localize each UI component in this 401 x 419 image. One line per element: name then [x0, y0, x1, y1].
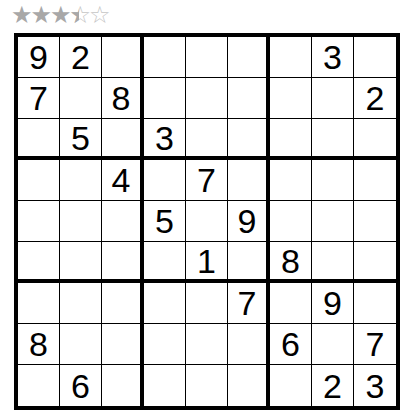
cell-r8c2[interactable]	[60, 324, 102, 365]
cell-r5c1[interactable]	[18, 201, 60, 242]
star-empty-icon: ☆	[89, 2, 109, 28]
cell-r1c8[interactable]: 3	[312, 37, 354, 78]
cell-r9c4[interactable]	[144, 365, 186, 406]
cell-r7c5[interactable]	[186, 283, 228, 324]
cell-r8c5[interactable]	[186, 324, 228, 365]
cell-r9c2[interactable]: 6	[60, 365, 102, 406]
cell-r4c8[interactable]	[312, 160, 354, 201]
cell-r4c2[interactable]	[60, 160, 102, 201]
cell-r8c9[interactable]: 7	[354, 324, 396, 365]
cell-r4c9[interactable]	[354, 160, 396, 201]
cell-r2c9[interactable]: 2	[354, 78, 396, 119]
cell-r9c5[interactable]	[186, 365, 228, 406]
cell-r7c1[interactable]	[18, 283, 60, 324]
cell-r2c3[interactable]: 8	[102, 78, 144, 119]
cell-r5c4[interactable]: 5	[144, 201, 186, 242]
cell-r5c7[interactable]	[270, 201, 312, 242]
cell-r8c3[interactable]	[102, 324, 144, 365]
cell-r2c8[interactable]	[312, 78, 354, 119]
cell-r2c4[interactable]	[144, 78, 186, 119]
cell-r6c4[interactable]	[144, 242, 186, 283]
cell-r5c2[interactable]	[60, 201, 102, 242]
cell-r3c6[interactable]	[228, 119, 270, 160]
cell-r1c5[interactable]	[186, 37, 228, 78]
cell-r4c5[interactable]: 7	[186, 160, 228, 201]
cell-r8c4[interactable]	[144, 324, 186, 365]
cell-r5c9[interactable]	[354, 201, 396, 242]
cell-r3c4[interactable]: 3	[144, 119, 186, 160]
cell-r6c7[interactable]: 8	[270, 242, 312, 283]
cell-r3c3[interactable]	[102, 119, 144, 160]
cell-r5c6[interactable]: 9	[228, 201, 270, 242]
star-half-icon: ☆★	[70, 2, 90, 28]
cell-r1c9[interactable]	[354, 37, 396, 78]
cell-r1c1[interactable]: 9	[18, 37, 60, 78]
cell-r1c7[interactable]	[270, 37, 312, 78]
cell-r6c1[interactable]	[18, 242, 60, 283]
cell-r1c2[interactable]: 2	[60, 37, 102, 78]
cell-r6c3[interactable]	[102, 242, 144, 283]
cell-r6c8[interactable]	[312, 242, 354, 283]
cell-r4c7[interactable]	[270, 160, 312, 201]
cell-r3c9[interactable]	[354, 119, 396, 160]
cell-r2c5[interactable]	[186, 78, 228, 119]
cell-r3c5[interactable]	[186, 119, 228, 160]
cell-r7c4[interactable]	[144, 283, 186, 324]
cell-r5c5[interactable]	[186, 201, 228, 242]
cell-r8c6[interactable]	[228, 324, 270, 365]
cell-r1c3[interactable]	[102, 37, 144, 78]
cell-r5c3[interactable]	[102, 201, 144, 242]
star-full-icon: ★	[11, 2, 31, 28]
cell-r7c2[interactable]	[60, 283, 102, 324]
cell-r1c4[interactable]	[144, 37, 186, 78]
cell-r7c8[interactable]: 9	[312, 283, 354, 324]
cell-r9c7[interactable]	[270, 365, 312, 406]
cell-r4c1[interactable]	[18, 160, 60, 201]
cell-r9c8[interactable]: 2	[312, 365, 354, 406]
cell-r4c3[interactable]: 4	[102, 160, 144, 201]
cell-r7c6[interactable]: 7	[228, 283, 270, 324]
cell-r4c6[interactable]	[228, 160, 270, 201]
difficulty-rating: ★★★☆★☆	[11, 2, 109, 28]
cell-r9c3[interactable]	[102, 365, 144, 406]
cell-r3c2[interactable]: 5	[60, 119, 102, 160]
cell-r6c2[interactable]	[60, 242, 102, 283]
cell-r5c8[interactable]	[312, 201, 354, 242]
cell-r9c1[interactable]	[18, 365, 60, 406]
cell-r3c1[interactable]	[18, 119, 60, 160]
cell-r8c8[interactable]	[312, 324, 354, 365]
cell-r3c7[interactable]	[270, 119, 312, 160]
cell-r3c8[interactable]	[312, 119, 354, 160]
cell-r6c6[interactable]	[228, 242, 270, 283]
cell-r7c7[interactable]	[270, 283, 312, 324]
cell-r2c7[interactable]	[270, 78, 312, 119]
cell-r2c1[interactable]: 7	[18, 78, 60, 119]
cell-r2c6[interactable]	[228, 78, 270, 119]
cell-r4c4[interactable]	[144, 160, 186, 201]
cell-r6c9[interactable]	[354, 242, 396, 283]
cell-r9c9[interactable]: 3	[354, 365, 396, 406]
star-full-icon: ★	[50, 2, 70, 28]
cell-r9c6[interactable]	[228, 365, 270, 406]
cell-r2c2[interactable]	[60, 78, 102, 119]
star-full-icon: ★	[31, 2, 51, 28]
cell-r7c9[interactable]	[354, 283, 396, 324]
cell-r6c5[interactable]: 1	[186, 242, 228, 283]
cell-r8c1[interactable]: 8	[18, 324, 60, 365]
cell-r1c6[interactable]	[228, 37, 270, 78]
cell-r7c3[interactable]	[102, 283, 144, 324]
cell-r8c7[interactable]: 6	[270, 324, 312, 365]
sudoku-board: 9237825347591879867623	[14, 33, 400, 410]
